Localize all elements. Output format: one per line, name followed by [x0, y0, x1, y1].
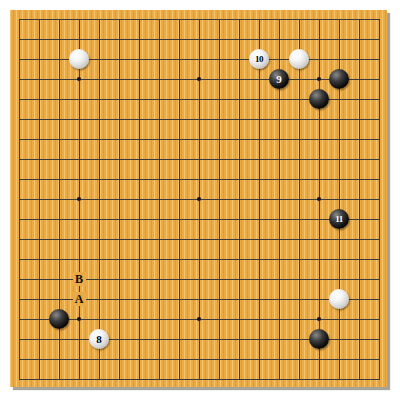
move-number: 8: [96, 334, 102, 345]
stone-white-E3: 8: [89, 329, 109, 349]
stone-white-D17: [69, 49, 89, 69]
point-label-B: B: [69, 269, 89, 289]
stone-white-R5: [329, 289, 349, 309]
move-number: 10: [255, 55, 263, 64]
stone-white-P17: [289, 49, 309, 69]
move-number: 9: [276, 74, 282, 85]
point-label-text: A: [73, 292, 86, 306]
stone-black-R16: [329, 69, 349, 89]
point-label-text: B: [73, 272, 86, 286]
stone-white-N17: 10: [249, 49, 269, 69]
diagram-frame: 108911BA: [0, 0, 400, 400]
stone-black-O16: 9: [269, 69, 289, 89]
move-number: 11: [335, 215, 343, 224]
stone-black-R9: 11: [329, 209, 349, 229]
stone-black-C4: [49, 309, 69, 329]
stone-black-Q15: [309, 89, 329, 109]
stone-black-Q3: [309, 329, 329, 349]
stones-grid: 108911BA: [9, 9, 389, 389]
go-board: 108911BA: [10, 10, 387, 387]
point-label-A: A: [69, 289, 89, 309]
